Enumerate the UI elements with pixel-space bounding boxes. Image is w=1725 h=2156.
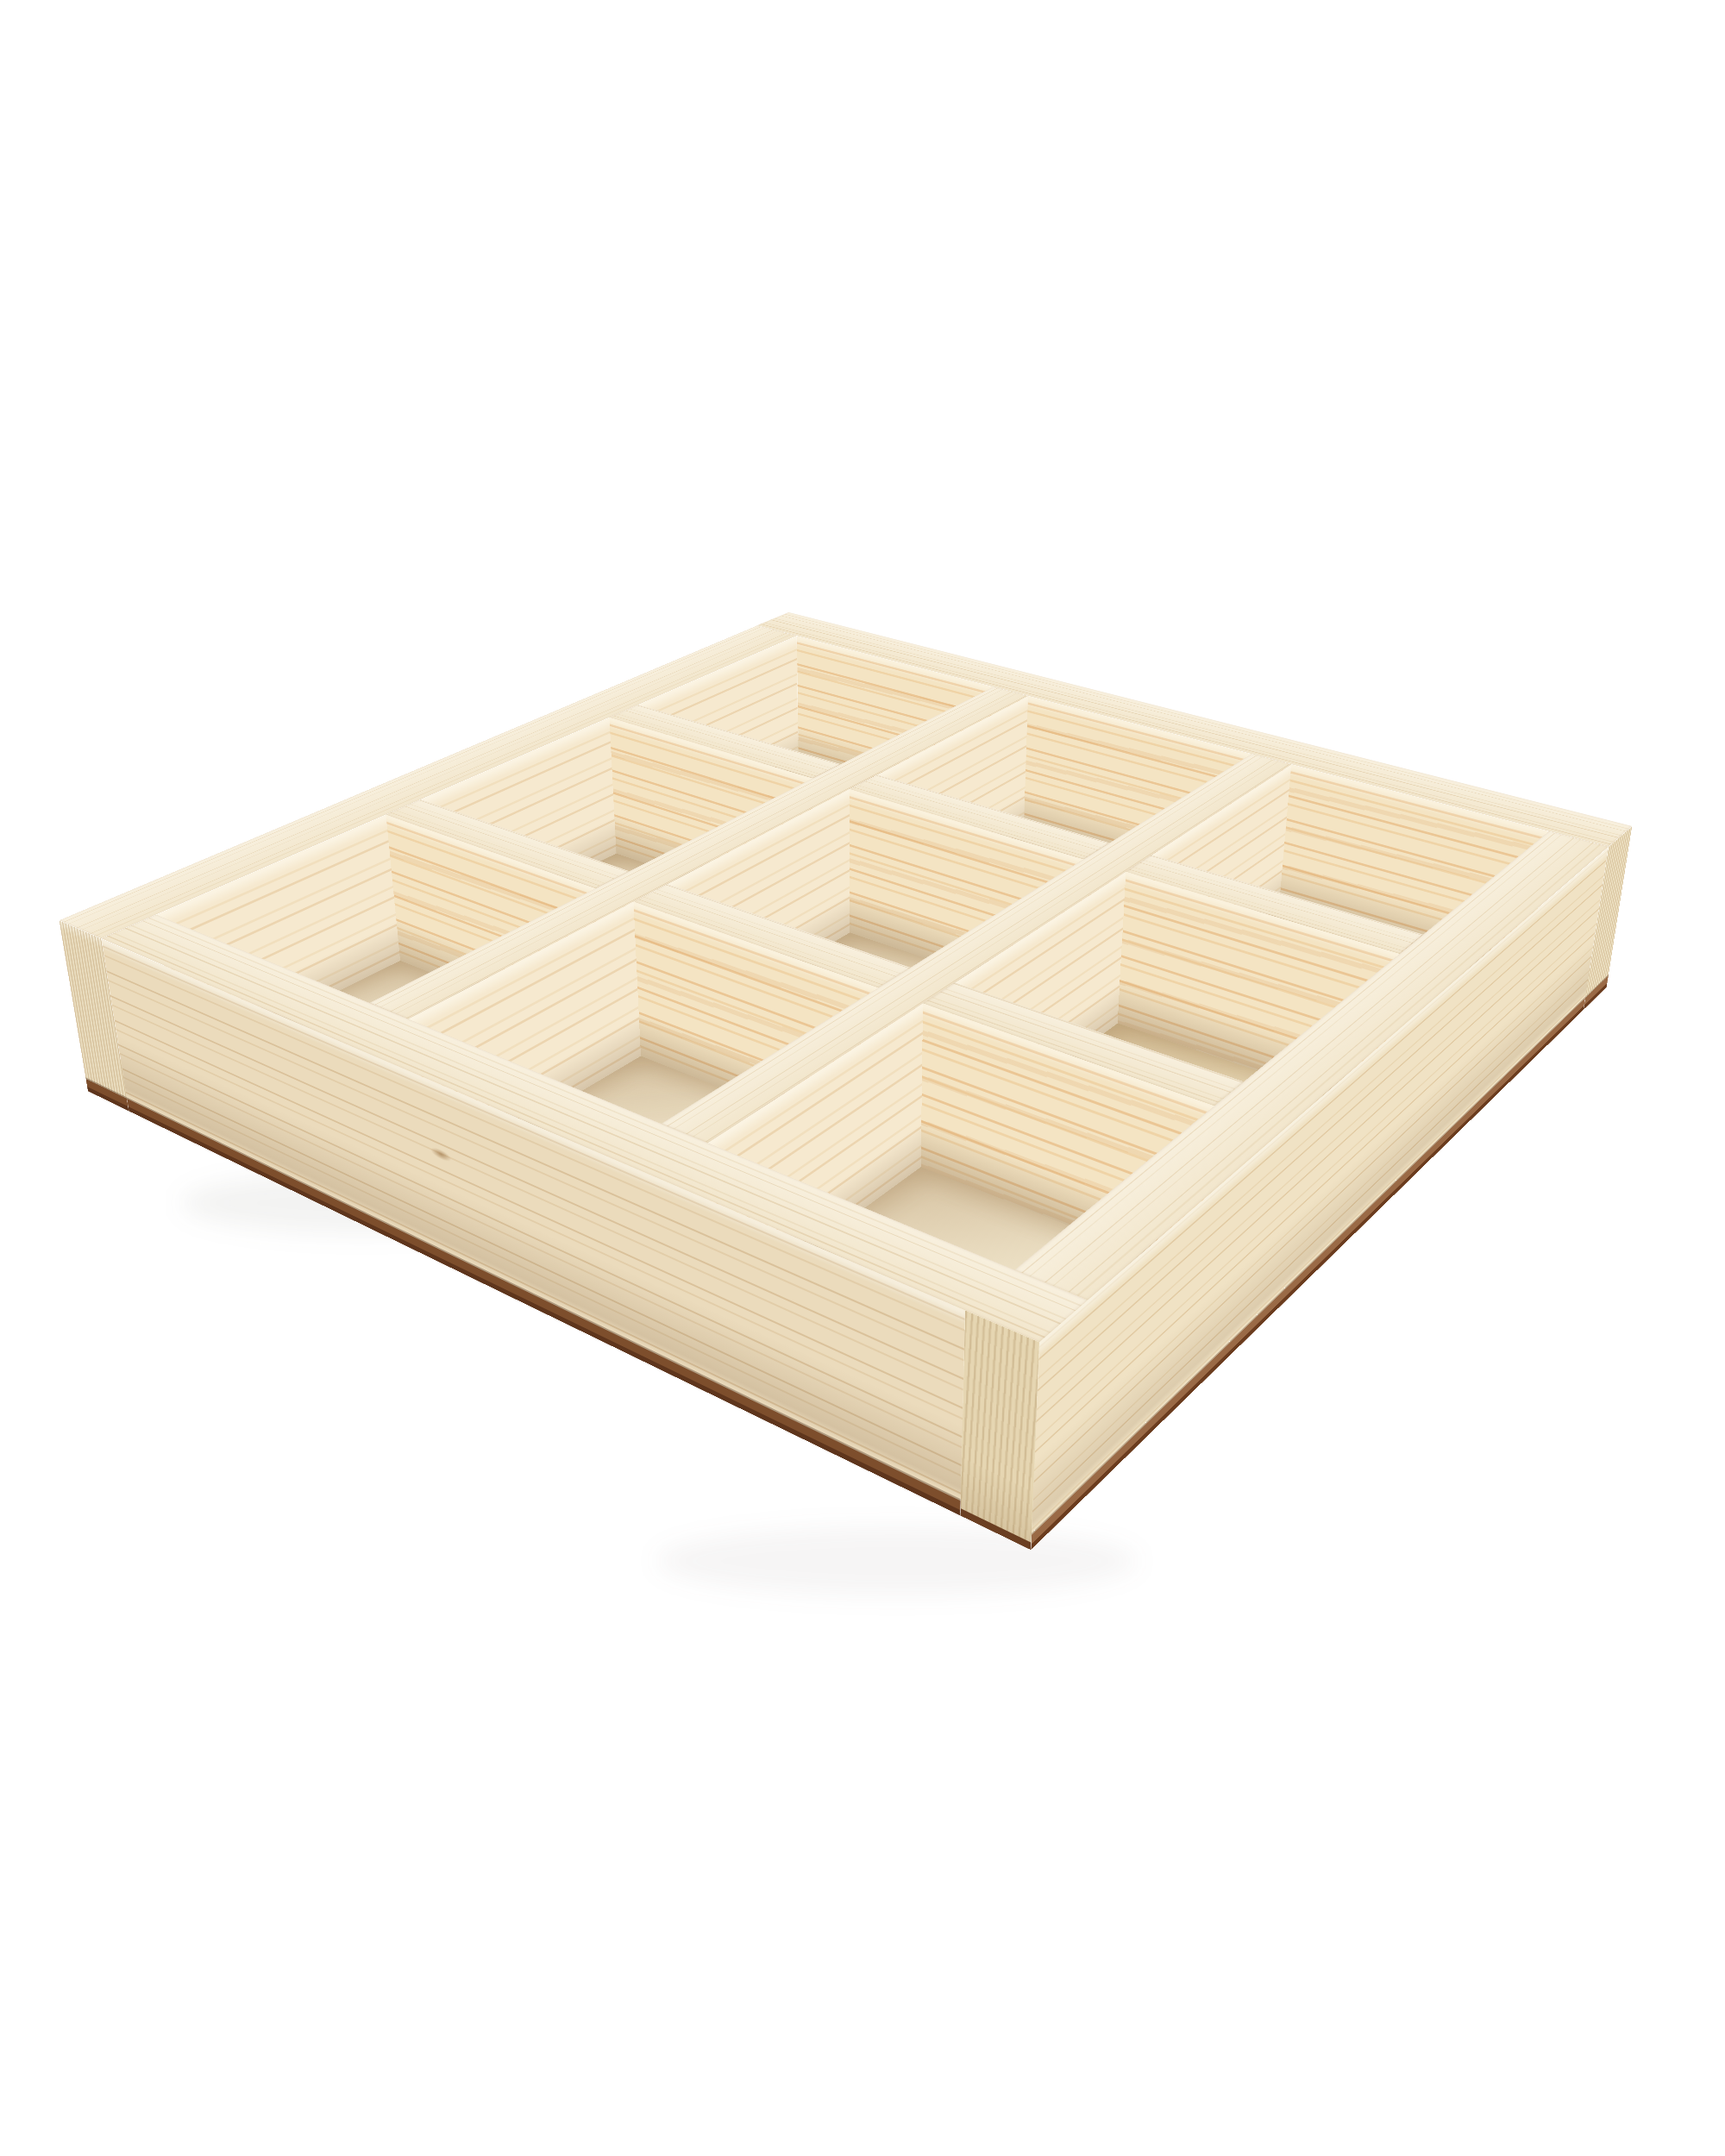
photo-stage <box>0 0 1725 2156</box>
scene <box>0 0 1725 2156</box>
wooden-tray-board <box>85 737 1609 1533</box>
near-corner-end-grain-block <box>960 1310 1039 1550</box>
